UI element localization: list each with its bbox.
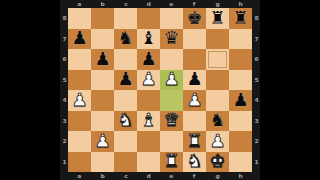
white-king-g1: ♚	[209, 152, 225, 170]
rank-label-5: 5	[60, 70, 68, 91]
white-pawn-d5: ♟	[140, 70, 156, 88]
file-label-a: a	[68, 172, 91, 180]
black-knight-g3: ♞	[209, 111, 225, 129]
rank-label-6: 6	[60, 49, 68, 70]
square-e2	[160, 131, 183, 152]
rank-label-3: 3	[60, 111, 68, 132]
square-d3: ♝	[137, 111, 160, 132]
square-g8: ♜	[206, 8, 229, 29]
white-pawn-b2: ♟	[94, 132, 110, 150]
square-a6	[68, 49, 91, 70]
white-rook-f2: ♜	[186, 132, 202, 150]
square-g4	[206, 90, 229, 111]
square-a7: ♟	[68, 29, 91, 50]
white-pawn-f4: ♟	[186, 91, 202, 109]
black-pawn-a7: ♟	[71, 29, 87, 47]
square-g3: ♞	[206, 111, 229, 132]
rank-label-7: 7	[252, 29, 260, 50]
black-rook-g8: ♜	[209, 9, 225, 27]
square-b6: ♟	[91, 49, 114, 70]
chess-board-frame: abcdefgh 87654321 ♚♜♜♟♞♝♛♟♟♟♟♟♟♟♟♟♞♝♛♞♟♜…	[60, 0, 260, 180]
rank-label-2: 2	[60, 131, 68, 152]
file-label-h: h	[229, 172, 252, 180]
square-d1	[137, 152, 160, 173]
square-a5	[68, 70, 91, 91]
rank-label-1: 1	[60, 152, 68, 173]
file-label-e: e	[160, 172, 183, 180]
file-label-c: c	[114, 172, 137, 180]
square-g2: ♟	[206, 131, 229, 152]
square-e6	[160, 49, 183, 70]
video-frame: abcdefgh 87654321 ♚♜♜♟♞♝♛♟♟♟♟♟♟♟♟♟♞♝♛♞♟♜…	[0, 0, 320, 180]
letterbox-right	[260, 0, 320, 180]
square-d8	[137, 8, 160, 29]
square-c8	[114, 8, 137, 29]
black-pawn-c5: ♟	[117, 70, 133, 88]
white-knight-c3: ♞	[117, 111, 133, 129]
black-knight-c7: ♞	[117, 29, 133, 47]
square-g7	[206, 29, 229, 50]
square-a8	[68, 8, 91, 29]
square-h3	[229, 111, 252, 132]
square-d7: ♝	[137, 29, 160, 50]
rank-label-8: 8	[252, 8, 260, 29]
chess-board: ♚♜♜♟♞♝♛♟♟♟♟♟♟♟♟♟♞♝♛♞♟♜♟♜♞♚	[68, 8, 252, 172]
rank-labels-right: 87654321	[252, 8, 260, 172]
rank-label-4: 4	[252, 90, 260, 111]
square-h4: ♟	[229, 90, 252, 111]
black-rook-h8: ♜	[232, 9, 248, 27]
rank-label-8: 8	[60, 8, 68, 29]
black-pawn-h4: ♟	[232, 91, 248, 109]
rank-label-2: 2	[252, 131, 260, 152]
file-label-e: e	[160, 0, 183, 8]
file-label-b: b	[91, 172, 114, 180]
rank-label-5: 5	[252, 70, 260, 91]
square-e4	[160, 90, 183, 111]
file-label-f: f	[183, 172, 206, 180]
square-f5: ♟	[183, 70, 206, 91]
file-label-d: d	[137, 0, 160, 8]
square-b2: ♟	[91, 131, 114, 152]
white-queen-e3: ♛	[163, 111, 179, 129]
square-d4	[137, 90, 160, 111]
square-b5	[91, 70, 114, 91]
black-pawn-b6: ♟	[94, 50, 110, 68]
square-g5	[206, 70, 229, 91]
square-d5: ♟	[137, 70, 160, 91]
square-f1: ♞	[183, 152, 206, 173]
rank-labels-left: 87654321	[60, 8, 68, 172]
file-label-g: g	[206, 172, 229, 180]
square-a1	[68, 152, 91, 173]
white-knight-f1: ♞	[186, 152, 202, 170]
file-labels-bottom: abcdefgh	[68, 172, 252, 180]
square-f2: ♜	[183, 131, 206, 152]
square-a3	[68, 111, 91, 132]
square-g1: ♚	[206, 152, 229, 173]
square-b4	[91, 90, 114, 111]
square-h5	[229, 70, 252, 91]
white-rook-e1: ♜	[163, 152, 179, 170]
square-f4: ♟	[183, 90, 206, 111]
file-label-a: a	[68, 0, 91, 8]
square-e1: ♜	[160, 152, 183, 173]
square-e5: ♟	[160, 70, 183, 91]
square-d6: ♟	[137, 49, 160, 70]
square-b8	[91, 8, 114, 29]
rank-label-6: 6	[252, 49, 260, 70]
file-label-d: d	[137, 172, 160, 180]
file-label-c: c	[114, 0, 137, 8]
square-h2	[229, 131, 252, 152]
white-pawn-a4: ♟	[71, 91, 87, 109]
square-e8	[160, 8, 183, 29]
square-f6	[183, 49, 206, 70]
black-queen-e7: ♛	[163, 29, 179, 47]
square-e3: ♛	[160, 111, 183, 132]
white-bishop-d3: ♝	[140, 111, 156, 129]
square-f3	[183, 111, 206, 132]
white-pawn-g2: ♟	[209, 132, 225, 150]
rank-label-3: 3	[252, 111, 260, 132]
square-a2	[68, 131, 91, 152]
black-pawn-d6: ♟	[140, 50, 156, 68]
square-b1	[91, 152, 114, 173]
square-b7	[91, 29, 114, 50]
square-c1	[114, 152, 137, 173]
square-g6	[206, 49, 229, 70]
square-d2	[137, 131, 160, 152]
square-a4: ♟	[68, 90, 91, 111]
square-c3: ♞	[114, 111, 137, 132]
rank-label-4: 4	[60, 90, 68, 111]
square-h6	[229, 49, 252, 70]
black-king-f8: ♚	[186, 9, 202, 27]
white-pawn-e5: ♟	[163, 70, 179, 88]
square-c6	[114, 49, 137, 70]
square-h1	[229, 152, 252, 173]
square-c2	[114, 131, 137, 152]
black-bishop-d7: ♝	[140, 29, 156, 47]
square-b3	[91, 111, 114, 132]
file-label-b: b	[91, 0, 114, 8]
square-e7: ♛	[160, 29, 183, 50]
square-f8: ♚	[183, 8, 206, 29]
black-pawn-f5: ♟	[186, 70, 202, 88]
square-h8: ♜	[229, 8, 252, 29]
rank-label-7: 7	[60, 29, 68, 50]
square-c4	[114, 90, 137, 111]
square-c5: ♟	[114, 70, 137, 91]
square-h7	[229, 29, 252, 50]
square-f7	[183, 29, 206, 50]
square-c7: ♞	[114, 29, 137, 50]
letterbox-left	[0, 0, 60, 180]
rank-label-1: 1	[252, 152, 260, 173]
